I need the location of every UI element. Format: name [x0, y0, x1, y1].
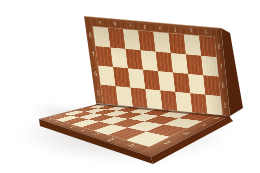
rank-label-2-right: 2	[181, 132, 191, 135]
file-label-g-white-side: g	[107, 138, 116, 141]
rank-label-8-left: 8	[89, 33, 92, 39]
file-label-d-black-side: d	[143, 23, 146, 29]
file-label-f-white-side: f	[92, 133, 99, 136]
rank-label-7-left: 7	[91, 53, 94, 59]
file-label-d-white-side: d	[68, 126, 75, 128]
file-label-b-white-side: b	[52, 121, 58, 123]
file-label-h-white-side: h	[126, 144, 137, 148]
file-label-a-white-side: a	[46, 119, 52, 121]
scene: abcdefgh44332211 abcdefgh88776655	[0, 0, 260, 173]
square-h8	[199, 36, 216, 57]
file-label-e-white-side: e	[79, 129, 87, 131]
rank-label-5-right: 5	[224, 103, 227, 109]
file-label-b-black-side: b	[113, 21, 116, 27]
file-label-a-black-side: a	[98, 19, 101, 25]
rank-label-8-right: 8	[218, 45, 221, 51]
file-label-g-black-side: g	[189, 27, 192, 33]
rank-label-7-right: 7	[220, 64, 223, 70]
square-h5	[205, 95, 222, 116]
file-label-h-black-side: h	[204, 29, 207, 35]
square-h7	[201, 56, 218, 77]
file-label-e-black-side: e	[159, 25, 162, 31]
file-label-c-black-side: c	[128, 22, 131, 28]
rank-label-1-right: 1	[161, 141, 172, 145]
board-far-half: abcdefgh88776655	[84, 16, 230, 116]
rank-label-4-right: 4	[211, 117, 220, 119]
rank-label-3-right: 3	[197, 124, 206, 127]
file-label-f-black-side: f	[174, 26, 176, 32]
rank-label-6-right: 6	[222, 84, 225, 90]
board-grid-far	[93, 27, 223, 116]
file-label-c-white-side: c	[60, 123, 66, 125]
square-h6	[203, 75, 220, 96]
rank-label-6-left: 6	[94, 72, 97, 78]
rank-label-5-left: 5	[97, 91, 100, 97]
